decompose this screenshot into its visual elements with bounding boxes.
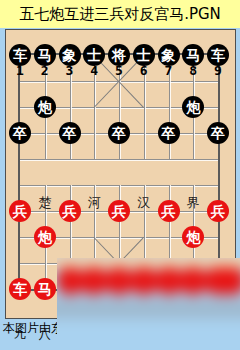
red-soldier[interactable]: 兵 [207, 200, 229, 222]
river-text: 界 [183, 194, 203, 212]
watermark-text: 本图片由东 [3, 320, 63, 337]
river-text: 河 [84, 194, 104, 212]
river-text: 楚 [35, 194, 55, 212]
grid-line [20, 159, 218, 160]
red-soldier[interactable]: 兵 [108, 200, 130, 222]
blur-blob [218, 267, 240, 295]
red-cannon[interactable]: 炮 [34, 226, 56, 248]
blurred-region [57, 258, 240, 350]
black-soldier[interactable]: 卒 [108, 122, 130, 144]
black-cannon[interactable]: 炮 [34, 96, 56, 118]
black-soldier[interactable]: 卒 [207, 122, 229, 144]
black-advisor[interactable]: 士 [133, 44, 155, 66]
blur-blob [105, 267, 133, 295]
black-chariot[interactable]: 车 [207, 44, 229, 66]
xiangqi-diagram-page: 五七炮互进三兵对反宫马.PGN 123456789九八七六五四三二一 楚河汉界 … [0, 0, 240, 350]
black-soldier[interactable]: 卒 [9, 122, 31, 144]
title-bar: 五七炮互进三兵对反宫马.PGN [0, 0, 240, 28]
blur-content [57, 258, 240, 350]
red-soldier[interactable]: 兵 [9, 200, 31, 222]
black-soldier[interactable]: 卒 [158, 122, 180, 144]
red-soldier[interactable]: 兵 [59, 200, 81, 222]
black-chariot[interactable]: 车 [9, 44, 31, 66]
pgn-file-title: 五七炮互进三兵对反宫马.PGN [19, 5, 221, 24]
river-text: 汉 [134, 194, 154, 212]
red-horse[interactable]: 马 [34, 278, 56, 300]
blur-blob [130, 267, 158, 295]
black-general[interactable]: 将 [108, 44, 130, 66]
black-soldier[interactable]: 卒 [59, 122, 81, 144]
red-soldier[interactable]: 兵 [158, 200, 180, 222]
black-horse[interactable]: 马 [34, 44, 56, 66]
red-chariot[interactable]: 车 [9, 278, 31, 300]
black-elephant[interactable]: 象 [158, 44, 180, 66]
black-elephant[interactable]: 象 [59, 44, 81, 66]
